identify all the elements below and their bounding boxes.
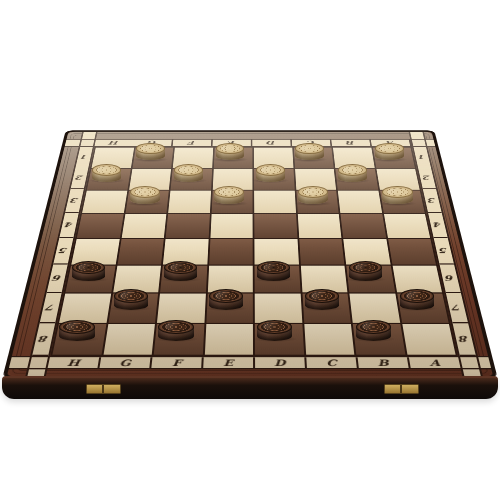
piece-dark-a7[interactable]	[400, 289, 434, 310]
piece-light-f2[interactable]	[174, 164, 203, 182]
piece-top-face	[130, 186, 160, 198]
piece-top-face	[214, 186, 244, 198]
piece-top-face	[305, 289, 339, 303]
piece-top-face	[59, 320, 94, 334]
piece-top-face	[92, 164, 121, 176]
piece-light-e1[interactable]	[216, 143, 245, 160]
piece-dark-f6[interactable]	[164, 261, 197, 281]
piece-top-face	[72, 261, 105, 274]
piece-light-h2[interactable]	[92, 164, 121, 182]
product-photo: HGFEDCBA HGFEDCBA 12345678 12345678	[0, 0, 500, 500]
piece-dark-h8[interactable]	[59, 320, 94, 341]
piece-light-g1[interactable]	[136, 143, 165, 160]
piece-top-face	[114, 289, 148, 303]
piece-light-g3[interactable]	[130, 186, 160, 204]
piece-dark-h6[interactable]	[72, 261, 105, 281]
piece-dark-b6[interactable]	[349, 261, 382, 281]
piece-top-face	[400, 289, 434, 303]
piece-top-face	[158, 320, 193, 334]
piece-dark-d8[interactable]	[257, 320, 292, 341]
piece-light-a3[interactable]	[382, 186, 412, 204]
piece-light-c3[interactable]	[298, 186, 328, 204]
piece-dark-g7[interactable]	[114, 289, 148, 310]
piece-dark-e7[interactable]	[209, 289, 243, 310]
piece-dark-b8[interactable]	[356, 320, 391, 341]
piece-top-face	[349, 261, 382, 274]
piece-light-a1[interactable]	[375, 143, 404, 160]
piece-top-face	[209, 289, 243, 303]
piece-dark-f8[interactable]	[158, 320, 193, 341]
piece-top-face	[257, 261, 290, 274]
piece-top-face	[356, 320, 391, 334]
piece-top-face	[174, 164, 203, 176]
piece-dark-d6[interactable]	[257, 261, 290, 281]
piece-top-face	[256, 164, 285, 176]
piece-light-c1[interactable]	[295, 143, 324, 160]
piece-light-d2[interactable]	[256, 164, 285, 182]
piece-top-face	[257, 320, 292, 334]
piece-top-face	[382, 186, 412, 198]
piece-top-face	[338, 164, 367, 176]
pieces-layer	[0, 0, 500, 500]
piece-light-b2[interactable]	[338, 164, 367, 182]
piece-light-e3[interactable]	[214, 186, 244, 204]
piece-dark-c7[interactable]	[305, 289, 339, 310]
